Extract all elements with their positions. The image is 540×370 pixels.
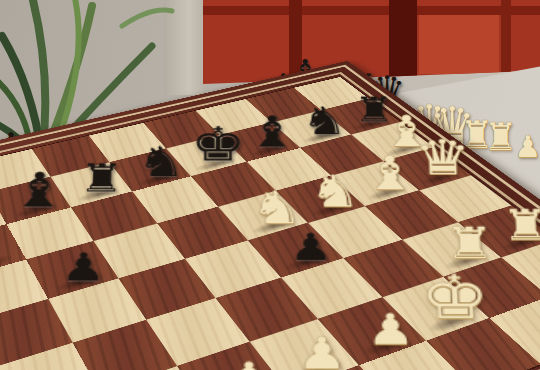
square-a4[interactable] — [0, 299, 73, 367]
piece-white-rook[interactable]: ♜ — [500, 205, 540, 247]
piece-black-knight[interactable]: ♞ — [136, 141, 186, 183]
square-a5[interactable] — [0, 260, 48, 321]
piece-white-pawn[interactable]: ♟ — [297, 332, 347, 370]
piece-white-pawn[interactable]: ♟ — [223, 357, 274, 370]
square-e4[interactable]: ♟ — [248, 223, 343, 278]
piece-black-bishop[interactable]: ♝ — [247, 111, 298, 154]
square-d6[interactable] — [132, 176, 218, 223]
piece-black-king[interactable]: ♚ — [190, 121, 245, 168]
piece-white-knight[interactable]: ♞ — [250, 185, 303, 230]
piece-black-pawn[interactable]: ♟ — [61, 248, 107, 287]
piece-white-knight[interactable]: ♞ — [309, 169, 361, 213]
tray-piece-white-pawn[interactable]: ♟ — [515, 132, 540, 162]
piece-white-pawn[interactable]: ♟ — [366, 308, 415, 350]
piece-black-rook[interactable]: ♜ — [78, 159, 124, 198]
piece-black-pawn[interactable]: ♟ — [289, 229, 333, 266]
photo-scene: ♛♝♜♞♚♝♞♜♟♝♟♞♞♝♛♟♜♜♟♟♟♚ ♟♝♜♜♛♛♛♜♜♟♟ — [0, 0, 540, 370]
piece-white-king[interactable]: ♚ — [419, 267, 491, 328]
piece-black-knight[interactable]: ♞ — [301, 101, 348, 140]
piece-white-queen[interactable]: ♛ — [414, 133, 472, 181]
piece-black-bishop[interactable]: ♝ — [10, 167, 67, 215]
piece-black-pawn[interactable]: ♟ — [0, 230, 14, 267]
piece-white-rook[interactable]: ♜ — [444, 222, 496, 265]
square-c5[interactable] — [94, 223, 185, 278]
tray-piece-white-rook[interactable]: ♜ — [484, 118, 518, 156]
piece-white-bishop[interactable]: ♝ — [363, 151, 418, 197]
cabinet-panel — [419, 15, 499, 74]
square-h4[interactable] — [419, 175, 511, 222]
